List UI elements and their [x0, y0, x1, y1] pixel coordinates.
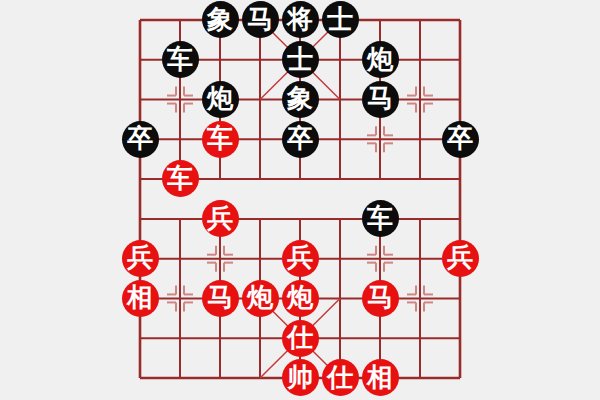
piece-black-chariot[interactable]: 车 — [162, 41, 199, 78]
piece-black-general[interactable]: 将 — [282, 1, 319, 38]
piece-red-soldier[interactable]: 兵 — [202, 200, 239, 237]
piece-black-cannon[interactable]: 炮 — [362, 41, 399, 78]
piece-red-cannon[interactable]: 炮 — [282, 280, 319, 317]
piece-black-advisor[interactable]: 士 — [322, 1, 359, 38]
piece-red-general[interactable]: 帅 — [282, 359, 319, 396]
piece-black-soldier[interactable]: 卒 — [282, 121, 319, 158]
piece-red-horse[interactable]: 马 — [202, 280, 239, 317]
piece-red-chariot[interactable]: 车 — [202, 121, 239, 158]
xiangqi-screenshot: 象马将士车士炮炮象马卒车卒卒车兵车兵兵兵相马炮炮马仕帅仕相 — [0, 0, 600, 400]
piece-red-soldier[interactable]: 兵 — [442, 240, 479, 277]
piece-black-horse[interactable]: 马 — [242, 1, 279, 38]
xiangqi-board: 象马将士车士炮炮象马卒车卒卒车兵车兵兵兵相马炮炮马仕帅仕相 — [120, 0, 480, 398]
piece-red-soldier[interactable]: 兵 — [282, 240, 319, 277]
piece-red-elephant[interactable]: 相 — [362, 359, 399, 396]
piece-black-soldier[interactable]: 卒 — [442, 121, 479, 158]
piece-red-cannon[interactable]: 炮 — [242, 280, 279, 317]
piece-black-chariot[interactable]: 车 — [362, 200, 399, 237]
piece-black-elephant[interactable]: 象 — [202, 1, 239, 38]
piece-red-advisor[interactable]: 仕 — [322, 359, 359, 396]
piece-red-advisor[interactable]: 仕 — [282, 320, 319, 357]
piece-black-advisor[interactable]: 士 — [282, 41, 319, 78]
piece-black-cannon[interactable]: 炮 — [202, 81, 239, 118]
piece-black-elephant[interactable]: 象 — [282, 81, 319, 118]
piece-red-soldier[interactable]: 兵 — [122, 240, 159, 277]
piece-black-soldier[interactable]: 卒 — [122, 121, 159, 158]
piece-black-horse[interactable]: 马 — [362, 81, 399, 118]
piece-red-chariot[interactable]: 车 — [162, 160, 199, 197]
piece-red-horse[interactable]: 马 — [362, 280, 399, 317]
piece-red-elephant[interactable]: 相 — [122, 280, 159, 317]
